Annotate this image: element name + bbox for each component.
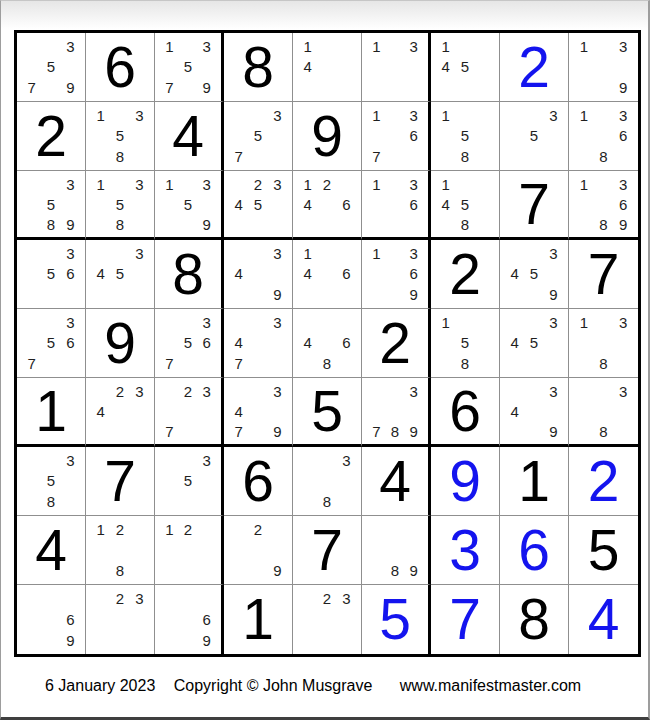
pencil-marks: 13 xyxy=(362,33,428,101)
pencil-mark: 5 xyxy=(455,57,474,78)
pencil-mark: 3 xyxy=(268,105,287,126)
cell-r6c2[interactable]: 234 xyxy=(86,378,155,447)
pencil-mark: 6 xyxy=(61,264,80,285)
cell-r8c5[interactable]: 7 xyxy=(293,516,362,585)
cell-r8c9[interactable]: 5 xyxy=(569,516,638,585)
solved-digit: 2 xyxy=(500,33,568,101)
pencil-mark: 5 xyxy=(41,264,60,285)
pencil-mark: 8 xyxy=(455,146,474,167)
cell-r7c7[interactable]: 9 xyxy=(431,447,500,516)
pencil-mark: 6 xyxy=(197,609,216,630)
given-digit: 5 xyxy=(569,516,638,584)
cell-r1c5[interactable]: 14 xyxy=(293,33,362,102)
cell-r5c8[interactable]: 345 xyxy=(500,309,569,378)
cell-r7c9[interactable]: 2 xyxy=(569,447,638,516)
pencil-mark: 1 xyxy=(574,174,594,194)
pencil-mark: 7 xyxy=(229,353,248,374)
cell-r5c7[interactable]: 158 xyxy=(431,309,500,378)
pencil-mark: 6 xyxy=(613,126,633,147)
pencil-mark: 6 xyxy=(61,609,80,630)
pencil-marks: 3479 xyxy=(224,378,292,444)
cell-r2c4[interactable]: 357 xyxy=(224,102,293,171)
cell-r2c3[interactable]: 4 xyxy=(155,102,224,171)
pencil-mark: 6 xyxy=(404,126,423,147)
cell-r3c2[interactable]: 1358 xyxy=(86,171,155,240)
cell-r7c1[interactable]: 358 xyxy=(17,447,86,516)
given-digit: 8 xyxy=(224,33,292,101)
given-digit: 1 xyxy=(224,585,292,654)
pencil-mark: 8 xyxy=(594,146,614,167)
pencil-marks: 345 xyxy=(500,309,568,377)
pencil-mark: 5 xyxy=(110,126,129,147)
pencil-mark: 4 xyxy=(298,264,317,285)
pencil-mark: 6 xyxy=(404,194,423,214)
pencil-mark: 1 xyxy=(298,174,317,194)
pencil-mark: 5 xyxy=(248,194,267,214)
cell-r9c6[interactable]: 5 xyxy=(362,585,431,654)
pencil-mark: 1 xyxy=(436,105,455,126)
pencil-mark: 9 xyxy=(613,214,633,234)
pencil-mark: 3 xyxy=(404,105,423,126)
cell-r2c7[interactable]: 158 xyxy=(431,102,500,171)
cell-r8c4[interactable]: 29 xyxy=(224,516,293,585)
pencil-marks: 69 xyxy=(17,585,85,654)
pencil-marks: 347 xyxy=(224,309,292,377)
cell-r2c5[interactable]: 9 xyxy=(293,102,362,171)
cell-r7c5[interactable]: 38 xyxy=(293,447,362,516)
cell-r3c9[interactable]: 13689 xyxy=(569,171,638,240)
given-digit: 9 xyxy=(293,102,361,170)
given-digit: 4 xyxy=(362,447,428,515)
pencil-mark: 9 xyxy=(613,77,633,98)
pencil-mark: 5 xyxy=(179,471,198,492)
pencil-mark: 3 xyxy=(613,174,633,194)
cell-r4c5[interactable]: 146 xyxy=(293,240,362,309)
pencil-mark: 8 xyxy=(455,353,474,374)
pencil-marks: 349 xyxy=(500,378,568,444)
pencil-marks: 38 xyxy=(569,378,638,444)
pencil-mark: 8 xyxy=(317,491,336,512)
pencil-marks: 1359 xyxy=(155,171,221,237)
given-digit: 2 xyxy=(431,240,499,308)
footer-website: www.manifestmaster.com xyxy=(400,677,581,694)
pencil-mark: 3 xyxy=(613,36,633,57)
pencil-mark: 4 xyxy=(298,57,317,78)
pencil-mark: 8 xyxy=(594,353,614,374)
cell-r9c1[interactable]: 69 xyxy=(17,585,86,654)
cell-r9c7[interactable]: 7 xyxy=(431,585,500,654)
pencil-mark: 8 xyxy=(594,421,614,441)
given-digit: 5 xyxy=(293,378,361,444)
pencil-marks: 1358 xyxy=(86,102,154,170)
cell-r4c9[interactable]: 7 xyxy=(569,240,638,309)
given-digit: 8 xyxy=(155,240,221,308)
cell-r9c4[interactable]: 1 xyxy=(224,585,293,654)
pencil-mark: 1 xyxy=(160,519,179,540)
cell-r1c4[interactable]: 8 xyxy=(224,33,293,102)
given-digit: 7 xyxy=(293,516,361,584)
pencil-mark: 1 xyxy=(367,105,386,126)
solved-digit: 7 xyxy=(431,585,499,654)
cell-r7c6[interactable]: 4 xyxy=(362,447,431,516)
pencil-mark: 9 xyxy=(404,284,423,305)
cell-r1c1[interactable]: 3579 xyxy=(17,33,86,102)
pencil-mark: 3 xyxy=(337,588,356,609)
pencil-mark: 2 xyxy=(317,174,336,194)
pencil-mark: 1 xyxy=(298,36,317,57)
pencil-marks: 2345 xyxy=(224,171,292,237)
pencil-mark: 3 xyxy=(268,174,287,194)
pencil-mark: 3 xyxy=(544,312,563,333)
pencil-marks: 3589 xyxy=(17,171,85,237)
pencil-marks: 1458 xyxy=(431,171,499,237)
pencil-mark: 5 xyxy=(110,194,129,214)
pencil-mark: 3 xyxy=(268,381,287,401)
given-digit: 8 xyxy=(500,585,568,654)
cell-r1c9[interactable]: 139 xyxy=(569,33,638,102)
pencil-mark: 3 xyxy=(337,450,356,471)
cell-r4c4[interactable]: 349 xyxy=(224,240,293,309)
pencil-marks: 13689 xyxy=(569,171,638,237)
cell-r5c4[interactable]: 347 xyxy=(224,309,293,378)
cell-r4c1[interactable]: 356 xyxy=(17,240,86,309)
cell-r7c8[interactable]: 1 xyxy=(500,447,569,516)
pencil-marks: 3579 xyxy=(17,33,85,101)
pencil-mark: 1 xyxy=(91,519,110,540)
cell-r7c4[interactable]: 6 xyxy=(224,447,293,516)
pencil-marks: 1368 xyxy=(569,102,638,170)
pencil-mark: 3 xyxy=(130,105,149,126)
pencil-mark: 1 xyxy=(367,243,386,264)
pencil-marks: 358 xyxy=(17,447,85,515)
pencil-mark: 3 xyxy=(404,381,423,401)
pencil-mark: 5 xyxy=(41,194,60,214)
given-digit: 4 xyxy=(17,516,85,584)
cell-r5c6[interactable]: 2 xyxy=(362,309,431,378)
cell-r2c1[interactable]: 2 xyxy=(17,102,86,171)
pencil-mark: 9 xyxy=(61,77,80,98)
pencil-mark: 8 xyxy=(386,560,405,581)
pencil-marks: 136 xyxy=(362,171,428,237)
cell-r2c9[interactable]: 1368 xyxy=(569,102,638,171)
cell-r5c5[interactable]: 468 xyxy=(293,309,362,378)
pencil-mark: 1 xyxy=(574,105,594,126)
pencil-mark: 6 xyxy=(337,264,356,285)
pencil-mark: 1 xyxy=(160,174,179,194)
cell-r9c9[interactable]: 4 xyxy=(569,585,638,654)
pencil-mark: 6 xyxy=(337,194,356,214)
cell-r6c9[interactable]: 38 xyxy=(569,378,638,447)
pencil-mark: 8 xyxy=(455,214,474,234)
pencil-marks: 1246 xyxy=(293,171,361,237)
pencil-mark: 5 xyxy=(179,57,198,78)
pencil-mark: 5 xyxy=(248,126,267,147)
pencil-mark: 4 xyxy=(91,264,110,285)
pencil-marks: 23 xyxy=(293,585,361,654)
pencil-mark: 3 xyxy=(130,588,149,609)
cell-r6c4[interactable]: 3479 xyxy=(224,378,293,447)
cell-r6c7[interactable]: 6 xyxy=(431,378,500,447)
pencil-marks: 13579 xyxy=(155,33,221,101)
pencil-mark: 6 xyxy=(61,333,80,354)
pencil-mark: 7 xyxy=(160,421,179,441)
given-digit: 2 xyxy=(17,102,85,170)
pencil-marks: 345 xyxy=(86,240,154,308)
pencil-mark: 5 xyxy=(524,126,543,147)
solved-digit: 9 xyxy=(431,447,499,515)
pencil-mark: 3 xyxy=(61,450,80,471)
cell-r4c2[interactable]: 345 xyxy=(86,240,155,309)
given-digit: 9 xyxy=(86,309,154,377)
pencil-mark: 1 xyxy=(91,105,110,126)
pencil-marks: 349 xyxy=(224,240,292,308)
pencil-marks: 146 xyxy=(293,240,361,308)
given-digit: 1 xyxy=(17,378,85,444)
pencil-mark: 1 xyxy=(436,36,455,57)
pencil-mark: 3 xyxy=(404,174,423,194)
pencil-mark: 9 xyxy=(268,421,287,441)
pencil-mark: 3 xyxy=(404,243,423,264)
given-digit: 7 xyxy=(500,171,568,237)
cell-r7c2[interactable]: 7 xyxy=(86,447,155,516)
pencil-mark: 9 xyxy=(544,284,563,305)
pencil-mark: 8 xyxy=(110,146,129,167)
pencil-mark: 3 xyxy=(61,312,80,333)
cell-r2c8[interactable]: 35 xyxy=(500,102,569,171)
cell-r3c1[interactable]: 3589 xyxy=(17,171,86,240)
pencil-mark: 1 xyxy=(91,174,110,194)
cell-r6c6[interactable]: 3789 xyxy=(362,378,431,447)
cell-r8c1[interactable]: 4 xyxy=(17,516,86,585)
cell-r5c2[interactable]: 9 xyxy=(86,309,155,378)
pencil-mark: 9 xyxy=(61,214,80,234)
cell-r3c5[interactable]: 1246 xyxy=(293,171,362,240)
pencil-mark: 3 xyxy=(613,105,633,126)
pencil-mark: 7 xyxy=(160,77,179,98)
pencil-marks: 3567 xyxy=(155,309,221,377)
cell-r1c3[interactable]: 13579 xyxy=(155,33,224,102)
cell-r2c6[interactable]: 1367 xyxy=(362,102,431,171)
pencil-marks: 3789 xyxy=(362,378,428,444)
pencil-mark: 1 xyxy=(160,36,179,57)
cell-r1c2[interactable]: 6 xyxy=(86,33,155,102)
given-digit: 1 xyxy=(500,447,568,515)
cell-r9c2[interactable]: 23 xyxy=(86,585,155,654)
pencil-mark: 3 xyxy=(544,381,563,401)
cell-r6c1[interactable]: 1 xyxy=(17,378,86,447)
pencil-marks: 29 xyxy=(224,516,292,584)
pencil-mark: 3 xyxy=(544,105,563,126)
pencil-mark: 5 xyxy=(455,333,474,354)
pencil-mark: 3 xyxy=(130,174,149,194)
pencil-marks: 3459 xyxy=(500,240,568,308)
cell-r3c3[interactable]: 1359 xyxy=(155,171,224,240)
footer-date: 6 January 2023 xyxy=(45,677,155,694)
pencil-mark: 3 xyxy=(130,381,149,401)
pencil-mark: 1 xyxy=(367,36,386,57)
pencil-mark: 7 xyxy=(229,421,248,441)
pencil-mark: 2 xyxy=(317,588,336,609)
given-digit: 6 xyxy=(431,378,499,444)
pencil-mark: 7 xyxy=(22,353,41,374)
cell-r5c1[interactable]: 3567 xyxy=(17,309,86,378)
pencil-mark: 9 xyxy=(61,630,80,651)
pencil-mark: 2 xyxy=(110,588,129,609)
cell-r1c6[interactable]: 13 xyxy=(362,33,431,102)
pencil-mark: 3 xyxy=(61,243,80,264)
pencil-marks: 1358 xyxy=(86,171,154,237)
pencil-marks: 69 xyxy=(155,585,221,654)
cell-r6c8[interactable]: 349 xyxy=(500,378,569,447)
footer: 6 January 2023 Copyright © John Musgrave… xyxy=(45,677,581,695)
pencil-marks: 35 xyxy=(155,447,221,515)
pencil-mark: 3 xyxy=(404,36,423,57)
pencil-mark: 2 xyxy=(110,519,129,540)
pencil-mark: 9 xyxy=(197,77,216,98)
cell-r2c2[interactable]: 1358 xyxy=(86,102,155,171)
cell-r4c6[interactable]: 1369 xyxy=(362,240,431,309)
pencil-mark: 4 xyxy=(298,194,317,214)
pencil-mark: 2 xyxy=(248,174,267,194)
pencil-mark: 4 xyxy=(91,401,110,421)
cell-r3c4[interactable]: 2345 xyxy=(224,171,293,240)
pencil-mark: 9 xyxy=(268,284,287,305)
pencil-mark: 1 xyxy=(574,312,594,333)
cell-r3c6[interactable]: 136 xyxy=(362,171,431,240)
window-chrome-band xyxy=(1,1,648,29)
sudoku-board: 3579613579814131452139213584357913671583… xyxy=(14,30,641,657)
pencil-marks: 357 xyxy=(224,102,292,170)
pencil-mark: 3 xyxy=(613,312,633,333)
pencil-mark: 8 xyxy=(386,421,405,441)
pencil-mark: 9 xyxy=(197,214,216,234)
pencil-mark: 4 xyxy=(436,194,455,214)
pencil-marks: 14 xyxy=(293,33,361,101)
pencil-mark: 3 xyxy=(268,243,287,264)
solved-digit: 2 xyxy=(569,447,638,515)
cell-r4c8[interactable]: 3459 xyxy=(500,240,569,309)
given-digit: 7 xyxy=(569,240,638,308)
pencil-mark: 7 xyxy=(160,353,179,374)
cell-r3c8[interactable]: 7 xyxy=(500,171,569,240)
pencil-mark: 3 xyxy=(61,174,80,194)
pencil-mark: 8 xyxy=(594,214,614,234)
cell-r7c3[interactable]: 35 xyxy=(155,447,224,516)
pencil-marks: 138 xyxy=(569,309,638,377)
pencil-marks: 237 xyxy=(155,378,221,444)
cell-r8c7[interactable]: 3 xyxy=(431,516,500,585)
pencil-mark: 4 xyxy=(505,333,524,354)
pencil-mark: 3 xyxy=(197,381,216,401)
pencil-mark: 3 xyxy=(544,243,563,264)
cell-r1c8[interactable]: 2 xyxy=(500,33,569,102)
pencil-mark: 1 xyxy=(436,174,455,194)
pencil-mark: 5 xyxy=(179,333,198,354)
solved-digit: 6 xyxy=(500,516,568,584)
pencil-mark: 2 xyxy=(179,519,198,540)
pencil-mark: 9 xyxy=(404,560,423,581)
pencil-marks: 1367 xyxy=(362,102,428,170)
cell-r8c3[interactable]: 12 xyxy=(155,516,224,585)
pencil-mark: 3 xyxy=(613,381,633,401)
pencil-mark: 5 xyxy=(41,333,60,354)
cell-r8c2[interactable]: 128 xyxy=(86,516,155,585)
cell-r3c7[interactable]: 1458 xyxy=(431,171,500,240)
pencil-marks: 468 xyxy=(293,309,361,377)
given-digit: 6 xyxy=(86,33,154,101)
pencil-mark: 9 xyxy=(268,560,287,581)
cell-r9c5[interactable]: 23 xyxy=(293,585,362,654)
pencil-mark: 5 xyxy=(524,264,543,285)
pencil-mark: 5 xyxy=(41,471,60,492)
cell-r9c3[interactable]: 69 xyxy=(155,585,224,654)
cell-r8c8[interactable]: 6 xyxy=(500,516,569,585)
pencil-marks: 356 xyxy=(17,240,85,308)
cell-r5c9[interactable]: 138 xyxy=(569,309,638,378)
pencil-marks: 145 xyxy=(431,33,499,101)
pencil-mark: 7 xyxy=(229,146,248,167)
cell-r4c7[interactable]: 2 xyxy=(431,240,500,309)
cell-r5c3[interactable]: 3567 xyxy=(155,309,224,378)
pencil-marks: 139 xyxy=(569,33,638,101)
pencil-mark: 4 xyxy=(505,264,524,285)
pencil-marks: 3567 xyxy=(17,309,85,377)
pencil-mark: 9 xyxy=(544,421,563,441)
given-digit: 2 xyxy=(362,309,428,377)
pencil-mark: 3 xyxy=(197,36,216,57)
pencil-marks: 158 xyxy=(431,309,499,377)
pencil-mark: 8 xyxy=(41,491,60,512)
pencil-mark: 3 xyxy=(197,450,216,471)
cell-r1c7[interactable]: 145 xyxy=(431,33,500,102)
pencil-mark: 6 xyxy=(404,264,423,285)
pencil-mark: 2 xyxy=(179,381,198,401)
pencil-mark: 1 xyxy=(436,312,455,333)
pencil-marks: 23 xyxy=(86,585,154,654)
given-digit: 7 xyxy=(86,447,154,515)
given-digit: 4 xyxy=(155,102,221,170)
pencil-mark: 4 xyxy=(436,57,455,78)
pencil-marks: 89 xyxy=(362,516,428,584)
pencil-mark: 8 xyxy=(110,560,129,581)
pencil-mark: 3 xyxy=(61,36,80,57)
pencil-mark: 6 xyxy=(197,333,216,354)
pencil-mark: 5 xyxy=(524,333,543,354)
pencil-marks: 1369 xyxy=(362,240,428,308)
pencil-mark: 5 xyxy=(455,126,474,147)
pencil-mark: 2 xyxy=(248,519,267,540)
pencil-mark: 4 xyxy=(229,401,248,421)
cell-r6c5[interactable]: 5 xyxy=(293,378,362,447)
cell-r9c8[interactable]: 8 xyxy=(500,585,569,654)
pencil-mark: 7 xyxy=(22,77,41,98)
pencil-mark: 3 xyxy=(197,174,216,194)
pencil-mark: 3 xyxy=(197,312,216,333)
pencil-mark: 2 xyxy=(110,381,129,401)
pencil-mark: 9 xyxy=(404,421,423,441)
cell-r4c3[interactable]: 8 xyxy=(155,240,224,309)
pencil-marks: 158 xyxy=(431,102,499,170)
pencil-mark: 8 xyxy=(110,214,129,234)
cell-r8c6[interactable]: 89 xyxy=(362,516,431,585)
pencil-mark: 5 xyxy=(110,264,129,285)
pencil-marks: 12 xyxy=(155,516,221,584)
cell-r6c3[interactable]: 237 xyxy=(155,378,224,447)
pencil-mark: 3 xyxy=(268,312,287,333)
pencil-marks: 234 xyxy=(86,378,154,444)
pencil-mark: 4 xyxy=(298,333,317,354)
solved-digit: 5 xyxy=(362,585,428,654)
